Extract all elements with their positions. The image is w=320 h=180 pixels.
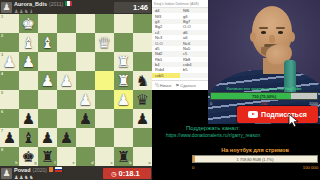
opponent-bar: ♟ Aurora_Bdis (2011) ♟♟♞♝ 1:46 — [0, 0, 152, 14]
square-a5[interactable]: ♛ — [133, 90, 152, 109]
square-f2[interactable]: ♝ — [38, 33, 57, 52]
donation-progress-bar: 1 759,80 RUB (1,7%) — [192, 155, 318, 163]
black-king[interactable]: ♚ — [19, 147, 38, 166]
square-e8[interactable]: e — [57, 147, 76, 166]
square-e4[interactable]: ♟ — [57, 71, 76, 90]
white-bishop[interactable]: ♝ — [19, 33, 38, 52]
square-b7[interactable] — [114, 128, 133, 147]
square-b5[interactable]: ♟ — [114, 90, 133, 109]
square-d7[interactable] — [76, 128, 95, 147]
square-c5[interactable] — [95, 90, 114, 109]
white-bishop[interactable]: ♝ — [38, 33, 57, 52]
donation-min: 0 — [192, 165, 194, 170]
white-pawn[interactable]: ♟ — [19, 52, 38, 71]
opening-name: King's Indian Defense (A48) — [152, 0, 208, 8]
donation-max: 100 000 — [303, 165, 318, 170]
square-b3[interactable]: ♜ — [114, 52, 133, 71]
square-e7[interactable]: ♟ — [57, 128, 76, 147]
square-g8[interactable]: g♚ — [19, 147, 38, 166]
square-a6[interactable]: ♟ — [133, 109, 152, 128]
square-f5[interactable] — [38, 90, 57, 109]
square-h2[interactable]: 2 — [0, 33, 19, 52]
white-pawn[interactable]: ♟ — [57, 71, 76, 90]
file-label-d: d — [91, 161, 93, 165]
black-queen[interactable]: ♛ — [133, 90, 152, 109]
black-rook[interactable]: ♜ — [114, 147, 133, 166]
rank-label-5: 5 — [1, 91, 3, 95]
square-h8[interactable]: 8h — [0, 147, 19, 166]
move-row: cxb5 — [152, 73, 208, 78]
square-h1[interactable]: 1 — [0, 14, 19, 33]
square-b1[interactable] — [114, 14, 133, 33]
move-cxb5[interactable]: cxb5 — [152, 73, 180, 78]
square-b8[interactable]: b♜ — [114, 147, 133, 166]
italy-flag-icon — [65, 1, 72, 6]
donation-scale: 0 100 000 — [192, 165, 318, 170]
player-clock: ◷ 0:18.1 — [103, 168, 151, 179]
subscriber-progress-text: 750 (75,00%) — [211, 93, 317, 99]
black-pawn[interactable]: ♟ — [19, 109, 38, 128]
square-e6[interactable] — [57, 109, 76, 128]
rank-label-8: 8 — [1, 148, 3, 152]
move-empty — [180, 73, 208, 78]
black-pawn[interactable]: ♟ — [0, 128, 19, 147]
square-d3[interactable] — [76, 52, 95, 71]
subscriber-goal-label: Количество подписчиков на YouTube — [208, 86, 320, 91]
square-a3[interactable] — [133, 52, 152, 71]
square-e2[interactable] — [57, 33, 76, 52]
opponent-avatar: ♟ — [1, 2, 12, 13]
white-pawn[interactable]: ♟ — [114, 90, 133, 109]
player-clock-time: 0:18.1 — [118, 169, 139, 178]
move-list: d4Nf6Nf3g6g3Bg7Bg2O-Oc4d6Nc3a6O-ONc6d5Na… — [152, 8, 208, 80]
square-g1[interactable]: ♚ — [19, 14, 38, 33]
player-avatar: ♟ — [1, 168, 12, 179]
file-label-e: e — [72, 161, 74, 165]
half-point-icon: ½ — [155, 83, 159, 88]
square-d8[interactable]: d — [76, 147, 95, 166]
square-c4[interactable] — [95, 71, 114, 90]
square-d5[interactable]: ♟ — [76, 90, 95, 109]
opponent-rating: (2011) — [49, 1, 63, 7]
hand-cursor-icon — [284, 113, 300, 129]
square-f3[interactable] — [38, 52, 57, 71]
rank-label-4: 4 — [1, 72, 3, 76]
square-h5[interactable]: 5 — [0, 90, 19, 109]
resign-button[interactable]: ⚑Сдаться — [175, 83, 196, 88]
square-h7[interactable]: 7♟ — [0, 128, 19, 147]
rank-label-1: 1 — [1, 15, 3, 19]
white-queen[interactable]: ♛ — [95, 33, 114, 52]
square-c6[interactable] — [95, 109, 114, 128]
white-king[interactable]: ♚ — [19, 14, 38, 33]
square-f1[interactable] — [38, 14, 57, 33]
square-h3[interactable]: 3♟ — [0, 52, 19, 71]
file-label-a: a — [148, 161, 150, 165]
chess-board: 1♚2♝♝♛3♟♟♜4♟♟♜♞5♟♟♛6♟♟♟7♟♝♟♟8hg♚f♜edcb♜a — [0, 14, 152, 166]
donation-url-link[interactable]: https://www.donationalerts.ru/r/garry_re… — [166, 133, 260, 138]
square-e1[interactable] — [57, 14, 76, 33]
square-a2[interactable] — [133, 33, 152, 52]
donation-goal-title: На ноутбук для стримов — [192, 147, 318, 153]
square-h4[interactable]: 4 — [0, 71, 19, 90]
white-rook[interactable]: ♜ — [114, 52, 133, 71]
donation-progress-text: 1 759,80 RUB (1,7%) — [193, 156, 317, 162]
square-f6[interactable] — [38, 109, 57, 128]
square-g6[interactable]: ♟ — [19, 109, 38, 128]
support-channel-label: Поддержать канал: — [186, 125, 240, 131]
player-bar: ♟ Povad (2020) ♟♟♞♞ ◷ 0:18.1 — [0, 166, 152, 180]
white-pawn[interactable]: ♟ — [0, 52, 19, 71]
subscribe-button[interactable]: Подписаться — [237, 106, 318, 123]
black-bishop[interactable]: ♝ — [19, 128, 38, 147]
rank-label-6: 6 — [1, 110, 3, 114]
black-knight[interactable]: ♞ — [133, 71, 152, 90]
game-actions: ½Ничья ⚑Сдаться — [152, 80, 208, 90]
square-c3[interactable] — [95, 52, 114, 71]
square-g3[interactable]: ♟ — [19, 52, 38, 71]
square-h6[interactable]: 6 — [0, 109, 19, 128]
stream-frame: ♟ Aurora_Bdis (2011) ♟♟♞♝ 1:46 1♚2♝♝♛3♟♟… — [0, 0, 320, 180]
square-f4[interactable]: ♟ — [38, 71, 57, 90]
square-b2[interactable] — [114, 33, 133, 52]
square-d4[interactable] — [76, 71, 95, 90]
white-rook[interactable]: ♜ — [114, 71, 133, 90]
square-d1[interactable] — [76, 14, 95, 33]
opponent-clock: 1:46 — [114, 2, 151, 13]
white-pawn[interactable]: ♟ — [38, 71, 57, 90]
square-f7[interactable]: ♟ — [38, 128, 57, 147]
square-g4[interactable] — [19, 71, 38, 90]
square-d2[interactable] — [76, 33, 95, 52]
square-d6[interactable]: ♟ — [76, 109, 95, 128]
title-badge-icon — [49, 167, 54, 172]
pawn-avatar-icon: ♟ — [2, 168, 10, 178]
subscriber-progress-bar: 750 (75,00%) — [210, 92, 318, 100]
clock-icon: ◷ — [111, 170, 116, 177]
square-c1[interactable] — [95, 14, 114, 33]
opponent-name[interactable]: Aurora_Bdis — [14, 1, 47, 7]
move-list-panel: King's Indian Defense (A48) d4Nf6Nf3g6g3… — [152, 0, 208, 90]
square-e5[interactable] — [57, 90, 76, 109]
black-pawn[interactable]: ♟ — [76, 109, 95, 128]
square-a7[interactable] — [133, 128, 152, 147]
player-rating: (2020) — [33, 167, 47, 173]
square-b6[interactable] — [114, 109, 133, 128]
russia-flag-icon — [55, 167, 62, 172]
black-rook[interactable]: ♜ — [38, 147, 57, 166]
white-pawn[interactable]: ♟ — [76, 90, 95, 109]
square-f8[interactable]: f♜ — [38, 147, 57, 166]
flag-icon: ⚑ — [175, 83, 179, 88]
youtube-play-icon — [248, 111, 258, 118]
black-pawn[interactable]: ♟ — [38, 128, 57, 147]
square-g7[interactable]: ♝ — [19, 128, 38, 147]
square-a8[interactable]: a — [133, 147, 152, 166]
black-pawn[interactable]: ♟ — [133, 109, 152, 128]
square-a1[interactable] — [133, 14, 152, 33]
square-e3[interactable] — [57, 52, 76, 71]
square-g2[interactable]: ♝ — [19, 33, 38, 52]
square-g5[interactable] — [19, 90, 38, 109]
chess-app: ♟ Aurora_Bdis (2011) ♟♟♞♝ 1:46 1♚2♝♝♛3♟♟… — [0, 0, 152, 180]
square-c2[interactable]: ♛ — [95, 33, 114, 52]
black-pawn[interactable]: ♟ — [57, 128, 76, 147]
square-a4[interactable]: ♞ — [133, 71, 152, 90]
square-c8[interactable]: c — [95, 147, 114, 166]
pawn-avatar-icon: ♟ — [2, 2, 10, 12]
square-b4[interactable]: ♜ — [114, 71, 133, 90]
square-c7[interactable] — [95, 128, 114, 147]
rank-label-2: 2 — [1, 34, 3, 38]
draw-button[interactable]: ½Ничья — [155, 83, 171, 88]
file-label-h: h — [15, 161, 17, 165]
file-label-c: c — [110, 161, 112, 165]
player-name[interactable]: Povad — [14, 167, 31, 173]
